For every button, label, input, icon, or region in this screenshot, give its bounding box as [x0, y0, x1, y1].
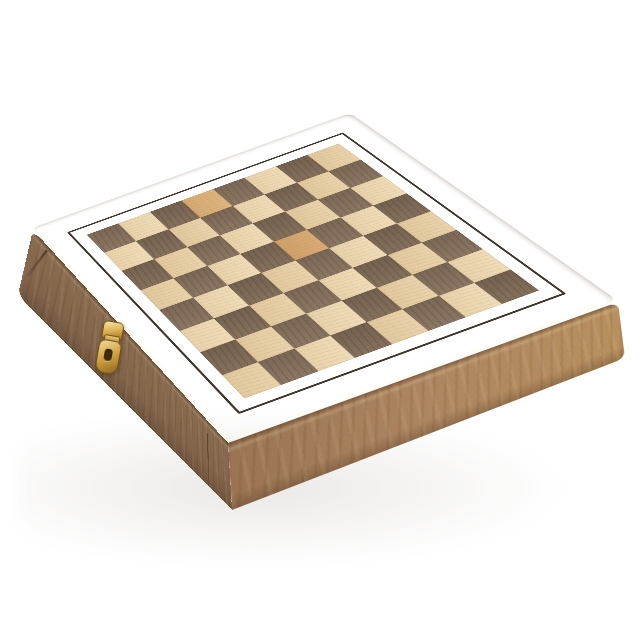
- wood-seam: [27, 249, 48, 277]
- product-photo: [0, 0, 640, 640]
- wood-seam: [207, 432, 210, 485]
